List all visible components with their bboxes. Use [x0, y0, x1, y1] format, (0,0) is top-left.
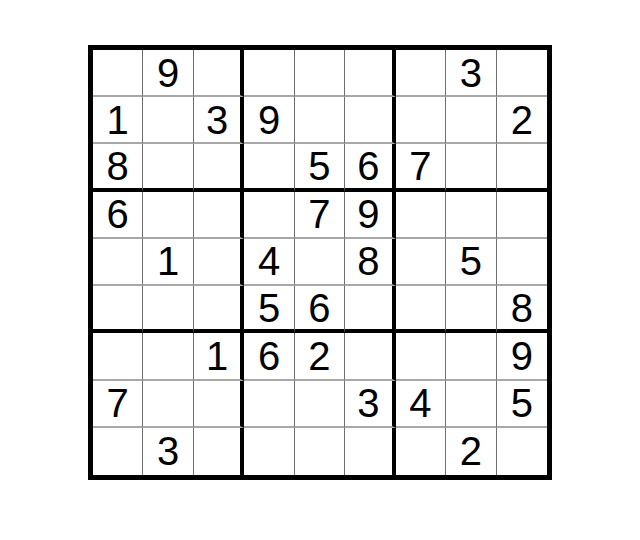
cell-r9c6[interactable] [345, 428, 395, 475]
cell-r7c7[interactable] [396, 333, 446, 380]
cell-r3c5[interactable]: 5 [295, 144, 345, 191]
cell-r8c6[interactable]: 3 [345, 381, 395, 428]
cell-r2c3[interactable]: 3 [194, 97, 244, 144]
cell-r5c7[interactable] [396, 239, 446, 286]
cell-r4c2[interactable] [143, 192, 193, 239]
cell-r6c3[interactable] [194, 286, 244, 333]
cell-r1c4[interactable] [244, 50, 294, 97]
cell-r4c5[interactable]: 7 [295, 192, 345, 239]
cell-r3c9[interactable] [497, 144, 547, 191]
cell-r9c8[interactable]: 2 [446, 428, 496, 475]
cell-r3c1[interactable]: 8 [93, 144, 143, 191]
cell-r4c1[interactable]: 6 [93, 192, 143, 239]
cell-r2c7[interactable] [396, 97, 446, 144]
cell-r6c7[interactable] [396, 286, 446, 333]
cell-r1c2[interactable]: 9 [143, 50, 193, 97]
cell-r9c3[interactable] [194, 428, 244, 475]
cell-r5c4[interactable]: 4 [244, 239, 294, 286]
cell-r3c6[interactable]: 6 [345, 144, 395, 191]
cell-r3c7[interactable]: 7 [396, 144, 446, 191]
cell-r5c8[interactable]: 5 [446, 239, 496, 286]
cell-r6c8[interactable] [446, 286, 496, 333]
cell-r7c1[interactable] [93, 333, 143, 380]
cell-r1c6[interactable] [345, 50, 395, 97]
cell-r1c1[interactable] [93, 50, 143, 97]
cell-r1c8[interactable]: 3 [446, 50, 496, 97]
cell-r8c2[interactable] [143, 381, 193, 428]
cell-r2c5[interactable] [295, 97, 345, 144]
cell-r8c8[interactable] [446, 381, 496, 428]
cell-r7c3[interactable]: 1 [194, 333, 244, 380]
cell-r6c6[interactable] [345, 286, 395, 333]
cell-r2c1[interactable]: 1 [93, 97, 143, 144]
cell-r8c9[interactable]: 5 [497, 381, 547, 428]
cell-r9c9[interactable] [497, 428, 547, 475]
cell-r7c8[interactable] [446, 333, 496, 380]
cell-r3c3[interactable] [194, 144, 244, 191]
cell-r4c8[interactable] [446, 192, 496, 239]
cell-r5c5[interactable] [295, 239, 345, 286]
cell-r3c2[interactable] [143, 144, 193, 191]
cell-r2c8[interactable] [446, 97, 496, 144]
cell-r4c7[interactable] [396, 192, 446, 239]
cell-r6c1[interactable] [93, 286, 143, 333]
cell-r5c6[interactable]: 8 [345, 239, 395, 286]
cell-r4c6[interactable]: 9 [345, 192, 395, 239]
cell-r5c1[interactable] [93, 239, 143, 286]
cell-r9c7[interactable] [396, 428, 446, 475]
cell-r9c1[interactable] [93, 428, 143, 475]
cell-r6c5[interactable]: 6 [295, 286, 345, 333]
cell-r2c9[interactable]: 2 [497, 97, 547, 144]
cell-r5c9[interactable] [497, 239, 547, 286]
cell-r6c4[interactable]: 5 [244, 286, 294, 333]
cell-r9c2[interactable]: 3 [143, 428, 193, 475]
cell-r2c6[interactable] [345, 97, 395, 144]
cell-r7c2[interactable] [143, 333, 193, 380]
sudoku-board: 931392856767914855681629734532 [88, 45, 552, 480]
cell-r1c9[interactable] [497, 50, 547, 97]
cell-r4c9[interactable] [497, 192, 547, 239]
cell-r4c3[interactable] [194, 192, 244, 239]
cell-r8c7[interactable]: 4 [396, 381, 446, 428]
cell-r7c9[interactable]: 9 [497, 333, 547, 380]
cell-r3c4[interactable] [244, 144, 294, 191]
cell-r7c6[interactable] [345, 333, 395, 380]
cell-r4c4[interactable] [244, 192, 294, 239]
cell-r8c1[interactable]: 7 [93, 381, 143, 428]
cell-r3c8[interactable] [446, 144, 496, 191]
cell-r1c5[interactable] [295, 50, 345, 97]
cell-r7c5[interactable]: 2 [295, 333, 345, 380]
cell-r8c3[interactable] [194, 381, 244, 428]
cell-r2c2[interactable] [143, 97, 193, 144]
cell-r5c3[interactable] [194, 239, 244, 286]
cell-r6c2[interactable] [143, 286, 193, 333]
cell-r6c9[interactable]: 8 [497, 286, 547, 333]
cell-r2c4[interactable]: 9 [244, 97, 294, 144]
cell-r8c5[interactable] [295, 381, 345, 428]
cell-r1c7[interactable] [396, 50, 446, 97]
cell-r9c5[interactable] [295, 428, 345, 475]
cell-r7c4[interactable]: 6 [244, 333, 294, 380]
cell-r8c4[interactable] [244, 381, 294, 428]
cell-r5c2[interactable]: 1 [143, 239, 193, 286]
cell-r1c3[interactable] [194, 50, 244, 97]
cell-r9c4[interactable] [244, 428, 294, 475]
